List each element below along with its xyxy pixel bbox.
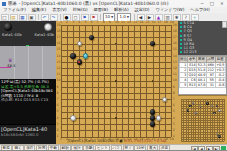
coordinate-label: 3 [72,138,74,141]
open-folder-icon[interactable]: ▤ [10,14,18,21]
coordinate-label: 3 [72,21,74,24]
stone [70,53,76,59]
coordinate-label: 16 [173,42,177,45]
toolbar-separator [100,14,101,20]
maximize-button[interactable]: □ [207,0,217,7]
table-row[interactable]: 4C648.155-0.4 [180,77,226,82]
coordinate-label: 18 [173,30,177,33]
coordinate-label: 6 [91,21,93,24]
coordinate-label: 11 [121,21,125,24]
grid-line [122,25,123,137]
move-dot-icon [180,47,182,49]
move-dot-icon [180,43,182,45]
statusbar-segment[interactable]: パス [111,145,122,151]
coordinate-label: 4 [78,21,80,24]
move-dot-icon [180,35,182,37]
table-row[interactable]: 5R1347.631-0.6 [180,82,226,87]
coordinate-label: 9 [109,138,111,141]
sub-board-stone: 6 [211,105,214,108]
suggested-move-stone [83,53,89,59]
coordinate-label: 13 [57,61,61,64]
coordinate-label: 17 [173,36,177,39]
coordinate-label: 11 [57,73,61,76]
coordinate-label: 1 [57,135,59,138]
status-bar: 新規開く保存対局中断解析検討形勢ヒントパス投了10秒最大設定|◀◀▶▶| [0,144,227,150]
statusbar-segment[interactable]: 投了 [123,145,134,151]
stone [70,115,76,121]
star-point [79,117,81,119]
move-dot-icon [180,51,182,53]
coordinate-label: 13 [133,21,137,24]
table-cell: 48.1 [197,77,207,82]
grid-line [165,25,166,137]
coordinate-label: 16 [152,138,156,141]
coordinate-label: 10 [115,21,119,24]
coordinate-label: 6 [173,104,175,107]
coordinate-label: 14 [57,55,61,58]
close-button[interactable]: × [217,0,227,7]
table-row[interactable]: 1E1452.3468+0.5 [180,62,226,67]
statusbar-segment[interactable]: 対局 [36,145,47,151]
statusbar-segment[interactable]: 10秒 [134,145,146,151]
table-cell: Q10 [187,72,196,77]
star-point [115,80,117,82]
coordinate-label: 15 [57,48,61,51]
coordinate-label: 9 [173,86,175,89]
table-row[interactable]: 3Q1048.997-0.2 [180,72,226,77]
table-cell: 51.8 [197,67,207,72]
sub-board-stone: 1 [189,105,192,108]
winrate-graph[interactable]: ♛48.3 [0,46,56,79]
star-point [79,80,81,82]
candidate-move-table: 順位着手勝率訪問目差 1E1452.3468+0.52D1551.8212+0.… [178,55,227,95]
coordinate-label: 8 [173,92,175,95]
table-cell: 212 [206,67,215,72]
coordinate-label: 5 [84,138,86,141]
coordinate-label: 18 [164,138,168,141]
nav-button[interactable]: ▶| [213,146,220,151]
coordinate-label: 8 [57,92,59,95]
log-line: 読み筋: E14 D15 E15 C13 [1,98,55,103]
minimize-button[interactable]: ─ [197,0,207,7]
app-icon [2,2,6,6]
coordinate-label: 12 [173,67,177,70]
move-dot-icon [180,39,182,41]
grid-line [61,93,171,94]
coordinate-label: 4 [173,117,175,120]
black-player-name: Kata1-40b [2,32,22,37]
grid-line [61,130,171,131]
coordinate-label: 17 [158,138,162,141]
coordinate-label: 9 [57,86,59,89]
coordinate-label: 6 [91,138,93,141]
new-file-icon[interactable]: □ [1,14,9,21]
coordinate-label: 3 [173,123,175,126]
stone [156,115,162,121]
statusbar-segment[interactable]: 保存 [24,145,35,151]
redo-icon[interactable]: ↷ [50,14,58,21]
coordinate-label: 12 [57,67,61,70]
player-info-panel: Kata1-40b Kata1-40b 48.3% 51.7% [0,21,56,46]
move-dot-icon [180,22,182,24]
main-go-board[interactable]: [OpenCL]Kata1-40b1060.0 ● 白51.7%(1110) +… [56,21,178,144]
nav-button[interactable]: |◀ [191,146,198,151]
column-header[interactable]: 順位 [180,57,188,63]
help-icon[interactable]: ? [182,14,190,21]
engine-model: b18c384nbt 1060.0 [1,132,55,137]
coordinate-label: 10 [57,79,61,82]
variation-sub-board[interactable]: 123456789101112 [178,95,227,144]
table-cell: 48.9 [197,72,207,77]
coordinate-label: 9 [109,21,111,24]
grid-line [146,25,147,137]
last-move-marker [78,61,80,63]
white-player-name: Kata1-40b [34,32,54,37]
coordinate-label: 10 [173,79,177,82]
coordinate-label: 15 [145,21,149,24]
table-cell: 468 [206,62,215,67]
coordinate-label: 7 [97,21,99,24]
window-title: 囲碁 - [OpenCL]Kata1-40b1060.0 (黒) vs [Ope… [8,1,197,6]
coordinate-label: 8 [103,138,105,141]
coordinate-label: 19 [57,24,61,27]
stone [77,59,83,65]
stone [150,41,156,47]
coordinate-label: 2 [66,21,68,24]
graph-marker-value: 48.3 [7,63,15,68]
column-header[interactable]: 着手 [187,57,196,63]
statusbar-segment[interactable]: 中断 [48,145,59,151]
coordinate-label: 14 [139,138,143,141]
analysis-log: 12手目(黒) 52.7% (-0.7%)目差 黒+0.5 形勢互角 48.3[… [0,79,56,124]
move-list-panel: 5 C146 C47 Q58 S79 Q410 R411 Q312 D13 [178,21,227,55]
statusbar-segment[interactable]: 最大 [147,145,158,151]
coordinate-label: 2 [173,129,175,132]
white-player-stone-icon [44,23,52,31]
toolbar-separator [38,14,39,20]
table-cell: -0.6 [215,82,225,87]
grid-line [61,87,171,88]
sub-board-stone: 10 [194,112,197,115]
table-cell: E14 [187,62,196,67]
sub-board-stone: 7 [216,105,219,108]
table-cell: 47.6 [197,82,207,87]
coordinate-label: 14 [139,21,143,24]
coordinate-label: 6 [57,104,59,107]
coordinate-label: 5 [173,110,175,113]
coordinate-label: 7 [57,98,59,101]
coordinate-label: 13 [173,61,177,64]
coordinate-label: 5 [84,21,86,24]
statusbar-segment[interactable]: 開く [12,145,23,151]
move-label: 12 D13 [184,50,197,54]
resize-grip [221,146,226,151]
coordinate-label: 10 [115,138,119,141]
nav-button[interactable]: ◀ [198,146,205,151]
statusbar-segment[interactable]: 設定 [159,145,170,151]
sub-board-stone: 2 [192,102,195,105]
coordinate-label: 5 [57,110,59,113]
black-player-stone-icon [4,23,12,31]
stone [77,41,83,47]
sub-board-stone: 8 [218,109,221,112]
table-cell: +0.5 [215,62,225,67]
grid-line [61,99,171,100]
table-header: 順位着手勝率訪問目差 [180,57,226,63]
coordinate-label: 17 [57,36,61,39]
coordinate-label: 16 [152,21,156,24]
star-point [115,117,117,119]
stone [150,115,156,121]
stone [89,35,95,41]
coordinate-label: 15 [145,138,149,141]
coordinate-label: 4 [57,117,59,120]
sub-board-stone: 9 [213,112,216,115]
graph-gridline [42,46,43,79]
graph-gridline [28,46,29,79]
table-cell: 31 [206,82,215,87]
table-cell: 52.3 [197,62,207,67]
engine-name-box: [OpenCL]Kata1-40 b18c384nbt 1060.0 [0,124,56,144]
table-row[interactable]: 2D1551.8212+0.3 [180,67,226,72]
coordinate-label: 7 [173,98,175,101]
table-cell: R13 [187,82,196,87]
coordinate-label: 12 [127,21,131,24]
grid-line [134,25,135,137]
coordinate-label: 1 [173,135,175,138]
grid-line [128,25,129,137]
save-icon[interactable]: ▦ [19,14,27,21]
print-icon[interactable]: ▣ [28,14,36,21]
undo-icon[interactable]: ↶ [41,14,49,21]
table-cell: 5 [180,82,188,87]
move-dot-icon [180,30,182,32]
coordinate-label: 12 [127,138,131,141]
sub-board-stone: 5 [206,102,209,105]
coordinate-label: 13 [133,138,137,141]
statusbar-segment[interactable]: ヒント [95,145,110,151]
coordinate-label: 11 [173,73,177,76]
coordinate-label: 11 [121,138,125,141]
stone [162,97,168,103]
grid-line [140,25,141,137]
move-list-item[interactable]: 12 D13 [178,50,227,54]
coordinate-label: 2 [57,129,59,132]
coordinate-label: 15 [173,48,177,51]
coordinate-label: 17 [158,21,162,24]
statusbar-segment[interactable]: 検討 [71,145,82,151]
table-body: 1E1452.3468+0.52D1551.8212+0.33Q1048.997… [180,62,226,87]
table-cell: D15 [187,67,196,72]
column-header[interactable]: 訪問 [206,57,215,63]
grid-line [171,25,172,137]
statusbar-segment[interactable]: 新規 [1,145,12,151]
move-list-scrollbar[interactable] [222,21,227,28]
statusbar-segment[interactable]: 形勢 [83,145,94,151]
stone [150,121,156,127]
coordinate-label: 18 [164,21,168,24]
coordinate-label: 19 [170,138,174,141]
grid-line [61,106,171,107]
coordinate-label: 16 [57,42,61,45]
coordinate-label: 19 [170,21,174,24]
coordinate-label: 1 [60,138,62,141]
coordinate-label: 3 [57,123,59,126]
coordinate-label: 4 [78,138,80,141]
stone [150,109,156,115]
add-engine-icon[interactable]: + [191,14,199,21]
coordinate-label: 2 [66,138,68,141]
coordinate-label: 8 [103,21,105,24]
move-dot-icon [180,26,182,28]
coordinate-label: 7 [97,138,99,141]
table-cell: +0.3 [215,67,225,72]
statusbar-segment[interactable]: 解析 [60,145,71,151]
nav-button[interactable]: ▶ [206,146,213,151]
coordinate-label: 18 [57,30,61,33]
coordinate-label: 14 [173,55,177,58]
